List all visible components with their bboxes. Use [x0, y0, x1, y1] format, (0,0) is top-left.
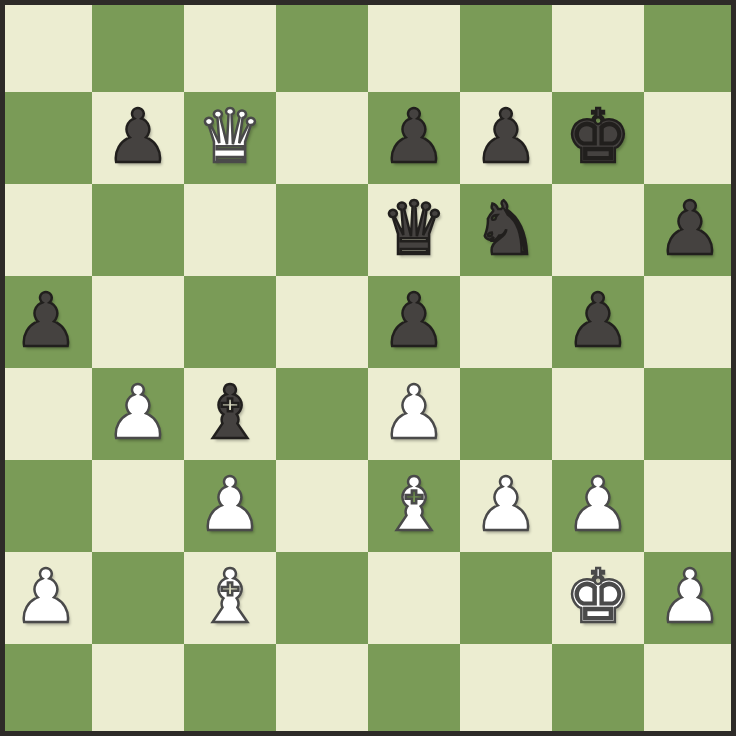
black-pawn-icon[interactable]: ♟: [381, 90, 447, 182]
square-a2[interactable]: ♟: [0, 552, 92, 644]
black-bishop-icon[interactable]: ♝: [197, 366, 263, 458]
square-c3[interactable]: ♟: [184, 460, 276, 552]
black-king-icon[interactable]: ♚: [565, 90, 631, 182]
square-e5[interactable]: ♟: [368, 276, 460, 368]
square-h1[interactable]: [644, 644, 736, 736]
square-d3[interactable]: [276, 460, 368, 552]
square-a7[interactable]: [0, 92, 92, 184]
square-h6[interactable]: ♟: [644, 184, 736, 276]
square-c5[interactable]: [184, 276, 276, 368]
black-pawn-icon[interactable]: ♟: [657, 182, 723, 274]
square-e4[interactable]: ♟: [368, 368, 460, 460]
square-b3[interactable]: [92, 460, 184, 552]
square-f4[interactable]: [460, 368, 552, 460]
square-d5[interactable]: [276, 276, 368, 368]
square-b7[interactable]: ♟: [92, 92, 184, 184]
white-pawn-icon[interactable]: ♟: [565, 458, 631, 550]
square-d2[interactable]: [276, 552, 368, 644]
white-bishop-icon[interactable]: ♝: [197, 550, 263, 642]
square-g6[interactable]: [552, 184, 644, 276]
square-g7[interactable]: ♚: [552, 92, 644, 184]
white-bishop-icon[interactable]: ♝: [381, 458, 447, 550]
square-b2[interactable]: [92, 552, 184, 644]
square-h7[interactable]: [644, 92, 736, 184]
black-knight-icon[interactable]: ♞: [473, 182, 539, 274]
square-b5[interactable]: [92, 276, 184, 368]
square-e7[interactable]: ♟: [368, 92, 460, 184]
square-c2[interactable]: ♝: [184, 552, 276, 644]
black-pawn-icon[interactable]: ♟: [473, 90, 539, 182]
black-pawn-icon[interactable]: ♟: [565, 274, 631, 366]
square-c6[interactable]: [184, 184, 276, 276]
black-pawn-icon[interactable]: ♟: [105, 90, 171, 182]
square-g4[interactable]: [552, 368, 644, 460]
square-b4[interactable]: ♟: [92, 368, 184, 460]
square-c7[interactable]: ♛: [184, 92, 276, 184]
square-g1[interactable]: [552, 644, 644, 736]
black-queen-icon[interactable]: ♛: [381, 182, 447, 274]
square-c1[interactable]: [184, 644, 276, 736]
square-h4[interactable]: [644, 368, 736, 460]
white-pawn-icon[interactable]: ♟: [197, 458, 263, 550]
square-f5[interactable]: [460, 276, 552, 368]
square-a1[interactable]: [0, 644, 92, 736]
square-h5[interactable]: [644, 276, 736, 368]
square-a6[interactable]: [0, 184, 92, 276]
square-g3[interactable]: ♟: [552, 460, 644, 552]
square-a5[interactable]: ♟: [0, 276, 92, 368]
chess-board-area: ♟♛♟♟♚♛♞♟♟♟♟♟♝♟♟♝♟♟♟♝♚♟: [0, 0, 736, 736]
square-h2[interactable]: ♟: [644, 552, 736, 644]
square-g8[interactable]: [552, 0, 644, 92]
square-b1[interactable]: [92, 644, 184, 736]
black-pawn-icon[interactable]: ♟: [381, 274, 447, 366]
black-pawn-icon[interactable]: ♟: [13, 274, 79, 366]
square-d6[interactable]: [276, 184, 368, 276]
square-f8[interactable]: [460, 0, 552, 92]
square-c8[interactable]: [184, 0, 276, 92]
square-a3[interactable]: [0, 460, 92, 552]
white-pawn-icon[interactable]: ♟: [13, 550, 79, 642]
chess-board: ♟♛♟♟♚♛♞♟♟♟♟♟♝♟♟♝♟♟♟♝♚♟: [0, 0, 736, 736]
square-b8[interactable]: [92, 0, 184, 92]
square-f6[interactable]: ♞: [460, 184, 552, 276]
square-a8[interactable]: [0, 0, 92, 92]
white-pawn-icon[interactable]: ♟: [657, 550, 723, 642]
square-e2[interactable]: [368, 552, 460, 644]
square-e8[interactable]: [368, 0, 460, 92]
white-pawn-icon[interactable]: ♟: [105, 366, 171, 458]
square-h8[interactable]: [644, 0, 736, 92]
square-b6[interactable]: [92, 184, 184, 276]
square-d7[interactable]: [276, 92, 368, 184]
square-e1[interactable]: [368, 644, 460, 736]
square-a4[interactable]: [0, 368, 92, 460]
square-g5[interactable]: ♟: [552, 276, 644, 368]
white-pawn-icon[interactable]: ♟: [381, 366, 447, 458]
square-d4[interactable]: [276, 368, 368, 460]
white-pawn-icon[interactable]: ♟: [473, 458, 539, 550]
square-e6[interactable]: ♛: [368, 184, 460, 276]
square-c4[interactable]: ♝: [184, 368, 276, 460]
white-queen-icon[interactable]: ♛: [197, 90, 263, 182]
square-g2[interactable]: ♚: [552, 552, 644, 644]
square-e3[interactable]: ♝: [368, 460, 460, 552]
square-d8[interactable]: [276, 0, 368, 92]
square-f3[interactable]: ♟: [460, 460, 552, 552]
square-f2[interactable]: [460, 552, 552, 644]
white-king-icon[interactable]: ♚: [565, 550, 631, 642]
square-f1[interactable]: [460, 644, 552, 736]
square-d1[interactable]: [276, 644, 368, 736]
square-h3[interactable]: [644, 460, 736, 552]
square-f7[interactable]: ♟: [460, 92, 552, 184]
